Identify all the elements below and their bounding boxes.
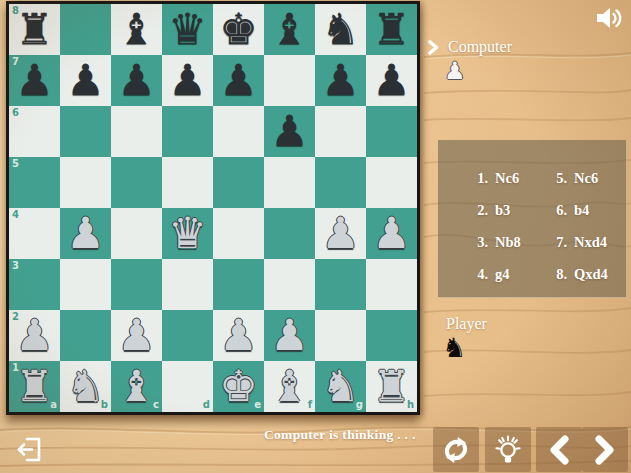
move-entry-3: 3.Nb8	[468, 226, 547, 258]
square-d5[interactable]	[162, 157, 213, 208]
piece-white-knight[interactable]: ♞	[315, 361, 366, 412]
square-f6[interactable]: ♟	[264, 106, 315, 157]
move-entry-2: 2.b3	[468, 194, 547, 226]
hint-icon	[492, 433, 524, 467]
square-c8[interactable]: ♝	[111, 4, 162, 55]
computer-section-header[interactable]: Computer	[428, 38, 512, 56]
piece-black-rook[interactable]: ♜	[9, 4, 60, 55]
back-chevron-icon	[546, 435, 572, 465]
square-b2[interactable]	[60, 310, 111, 361]
piece-black-pawn[interactable]: ♟	[111, 55, 162, 106]
square-d6[interactable]	[162, 106, 213, 157]
piece-white-rook[interactable]: ♜	[366, 361, 417, 412]
square-g3[interactable]	[315, 259, 366, 310]
hint-button[interactable]	[485, 427, 531, 472]
captured-white-pawn-icon: ♟	[444, 57, 466, 85]
square-e7[interactable]: ♟	[213, 55, 264, 106]
rank-label: 4	[12, 210, 19, 220]
move-entry-7: 7.Nxd4	[547, 226, 626, 258]
forward-button[interactable]	[582, 427, 628, 472]
square-g7[interactable]: ♟	[315, 55, 366, 106]
square-d8[interactable]: ♛	[162, 4, 213, 55]
square-f8[interactable]: ♝	[264, 4, 315, 55]
square-c1[interactable]: c♝	[111, 361, 162, 412]
piece-black-pawn[interactable]: ♟	[264, 106, 315, 157]
piece-white-king[interactable]: ♚	[213, 361, 264, 412]
square-h7[interactable]: ♟	[366, 55, 417, 106]
square-b7[interactable]: ♟	[60, 55, 111, 106]
square-f3[interactable]	[264, 259, 315, 310]
player-captured-tray: ♞	[442, 334, 466, 362]
rank-label: 5	[12, 159, 19, 169]
square-a3[interactable]: 3	[9, 259, 60, 310]
square-c4[interactable]	[111, 208, 162, 259]
square-h1[interactable]: h♜	[366, 361, 417, 412]
computer-label: Computer	[448, 38, 512, 56]
piece-white-pawn[interactable]: ♟	[111, 310, 162, 361]
square-g6[interactable]	[315, 106, 366, 157]
piece-white-bishop[interactable]: ♝	[264, 361, 315, 412]
square-g2[interactable]	[315, 310, 366, 361]
square-h4[interactable]: ♟	[366, 208, 417, 259]
square-c3[interactable]	[111, 259, 162, 310]
expand-chevron-icon	[428, 40, 439, 55]
computer-captured-tray: ♟	[444, 58, 466, 84]
restart-icon	[440, 434, 472, 466]
square-d1[interactable]: d	[162, 361, 213, 412]
square-f2[interactable]: ♟	[264, 310, 315, 361]
file-label: d	[203, 400, 210, 410]
piece-white-pawn[interactable]: ♟	[60, 208, 111, 259]
forward-chevron-icon	[592, 435, 618, 465]
rank-label: 6	[12, 108, 19, 118]
piece-white-pawn[interactable]: ♟	[9, 310, 60, 361]
square-e2[interactable]: ♟	[213, 310, 264, 361]
square-g5[interactable]	[315, 157, 366, 208]
square-b8[interactable]	[60, 4, 111, 55]
sound-button[interactable]	[595, 4, 623, 32]
piece-black-bishop[interactable]: ♝	[111, 4, 162, 55]
square-c7[interactable]: ♟	[111, 55, 162, 106]
square-a7[interactable]: 7♟	[9, 55, 60, 106]
square-b1[interactable]: b♞	[60, 361, 111, 412]
square-d2[interactable]	[162, 310, 213, 361]
piece-black-pawn[interactable]: ♟	[162, 55, 213, 106]
square-b5[interactable]	[60, 157, 111, 208]
square-g8[interactable]: ♞	[315, 4, 366, 55]
square-g4[interactable]: ♟	[315, 208, 366, 259]
piece-black-queen[interactable]: ♛	[162, 4, 213, 55]
square-a5[interactable]: 5	[9, 157, 60, 208]
restart-button[interactable]	[433, 427, 479, 472]
square-e6[interactable]	[213, 106, 264, 157]
piece-white-knight[interactable]: ♞	[60, 361, 111, 412]
square-e8[interactable]: ♚	[213, 4, 264, 55]
chess-board: 8♜♝♛♚♝♞♜7♟♟♟♟♟♟♟6♟54♟♛♟♟32♟♟♟♟1a♜b♞c♝de♚…	[6, 1, 420, 415]
square-f1[interactable]: f♝	[264, 361, 315, 412]
move-list-panel: 1.Nc62.b33.Nb84.g45.Nc66.b47.Nxd48.Qxd4	[438, 140, 627, 298]
square-h2[interactable]	[366, 310, 417, 361]
move-entry-6: 6.b4	[547, 194, 626, 226]
status-message: Computer is thinking . . .	[264, 427, 416, 443]
speaker-icon	[595, 4, 623, 32]
move-entry-5: 5.Nc6	[547, 162, 626, 194]
rank-label: 3	[12, 261, 19, 271]
square-e3[interactable]	[213, 259, 264, 310]
piece-white-pawn[interactable]: ♟	[264, 310, 315, 361]
piece-white-pawn[interactable]: ♟	[213, 310, 264, 361]
piece-white-queen[interactable]: ♛	[162, 208, 213, 259]
square-a2[interactable]: 2♟	[9, 310, 60, 361]
square-d7[interactable]: ♟	[162, 55, 213, 106]
square-d4[interactable]: ♛	[162, 208, 213, 259]
piece-white-rook[interactable]: ♜	[9, 361, 60, 412]
square-h3[interactable]	[366, 259, 417, 310]
move-entry-4: 4.g4	[468, 258, 547, 290]
piece-black-pawn[interactable]: ♟	[366, 55, 417, 106]
piece-black-pawn[interactable]: ♟	[315, 55, 366, 106]
exit-button[interactable]	[14, 434, 44, 464]
piece-black-rook[interactable]: ♜	[366, 4, 417, 55]
piece-black-king[interactable]: ♚	[213, 4, 264, 55]
player-label: Player	[446, 315, 487, 333]
square-h8[interactable]: ♜	[366, 4, 417, 55]
square-e1[interactable]: e♚	[213, 361, 264, 412]
piece-white-pawn[interactable]: ♟	[366, 208, 417, 259]
square-b3[interactable]	[60, 259, 111, 310]
piece-black-pawn[interactable]: ♟	[60, 55, 111, 106]
square-a4[interactable]: 4	[9, 208, 60, 259]
square-h6[interactable]	[366, 106, 417, 157]
square-f5[interactable]	[264, 157, 315, 208]
back-button[interactable]	[536, 427, 582, 472]
square-c2[interactable]: ♟	[111, 310, 162, 361]
square-d3[interactable]	[162, 259, 213, 310]
piece-black-pawn[interactable]: ♟	[213, 55, 264, 106]
square-h5[interactable]	[366, 157, 417, 208]
square-b6[interactable]	[60, 106, 111, 157]
square-c5[interactable]	[111, 157, 162, 208]
exit-icon	[14, 434, 44, 464]
square-g1[interactable]: g♞	[315, 361, 366, 412]
piece-black-pawn[interactable]: ♟	[9, 55, 60, 106]
square-a6[interactable]: 6	[9, 106, 60, 157]
square-a1[interactable]: 1a♜	[9, 361, 60, 412]
piece-white-pawn[interactable]: ♟	[315, 208, 366, 259]
square-f4[interactable]	[264, 208, 315, 259]
square-e4[interactable]	[213, 208, 264, 259]
captured-black-knight-icon: ♞	[442, 332, 466, 363]
piece-black-bishop[interactable]: ♝	[264, 4, 315, 55]
square-a8[interactable]: 8♜	[9, 4, 60, 55]
move-entry-8: 8.Qxd4	[547, 258, 626, 290]
square-c6[interactable]	[111, 106, 162, 157]
square-e5[interactable]	[213, 157, 264, 208]
square-b4[interactable]: ♟	[60, 208, 111, 259]
piece-black-knight[interactable]: ♞	[315, 4, 366, 55]
piece-white-bishop[interactable]: ♝	[111, 361, 162, 412]
square-f7[interactable]	[264, 55, 315, 106]
move-entry-1: 1.Nc6	[468, 162, 547, 194]
